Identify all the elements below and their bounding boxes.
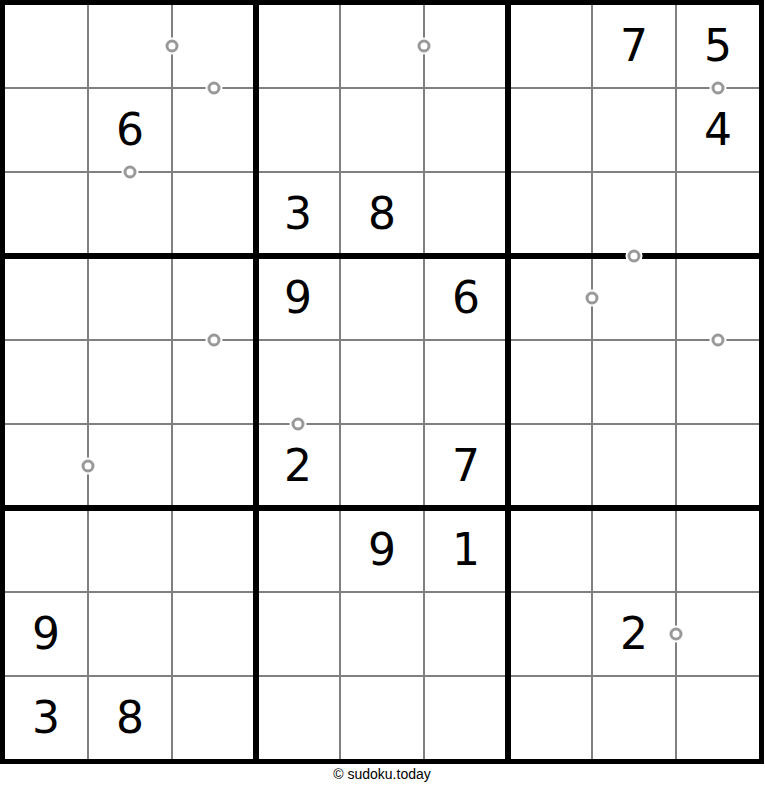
cell-r6c6[interactable]: 7 [425,425,507,507]
cell-r7c4[interactable] [257,509,339,591]
cell-r3c8[interactable] [593,173,675,255]
cell-r7c6[interactable]: 1 [425,509,507,591]
cell-r5c7[interactable] [509,341,591,423]
cell-r1c2[interactable] [89,5,171,87]
cell-r2c2[interactable]: 6 [89,89,171,171]
cell-r2c6[interactable] [425,89,507,171]
cell-r2c7[interactable] [509,89,591,171]
consecutive-mark-circle [208,82,221,95]
cell-r9c6[interactable] [425,677,507,759]
consecutive-mark-circle [82,460,95,473]
cell-r3c4[interactable]: 3 [257,173,339,255]
cell-r6c2[interactable] [89,425,171,507]
cell-r9c2[interactable]: 8 [89,677,171,759]
cell-r4c8[interactable] [593,257,675,339]
cell-r8c5[interactable] [341,593,423,675]
cell-r6c3[interactable] [173,425,255,507]
cell-r3c7[interactable] [509,173,591,255]
cell-r8c8[interactable]: 2 [593,593,675,675]
cell-r2c1[interactable] [5,89,87,171]
cell-r8c2[interactable] [89,593,171,675]
cell-r5c1[interactable] [5,341,87,423]
box-divider-horizontal-bottom [5,505,759,511]
cell-r1c4[interactable] [257,5,339,87]
cell-r1c8[interactable]: 7 [593,5,675,87]
cell-r2c3[interactable] [173,89,255,171]
cell-r1c7[interactable] [509,5,591,87]
box-divider-horizontal-top [5,253,759,259]
consecutive-mark-circle [628,250,641,263]
cell-r2c9[interactable]: 4 [677,89,759,171]
cell-r8c3[interactable] [173,593,255,675]
consecutive-mark-circle [670,628,683,641]
cell-r9c1[interactable]: 3 [5,677,87,759]
cell-r9c3[interactable] [173,677,255,759]
cell-r7c3[interactable] [173,509,255,591]
cell-r6c1[interactable] [5,425,87,507]
cell-r5c5[interactable] [341,341,423,423]
cell-r3c2[interactable] [89,173,171,255]
cell-r4c7[interactable] [509,257,591,339]
box-divider-vertical-left [253,5,259,759]
cell-r5c9[interactable] [677,341,759,423]
cell-r9c4[interactable] [257,677,339,759]
cell-r6c4[interactable]: 2 [257,425,339,507]
consecutive-mark-circle [208,334,221,347]
consecutive-mark-circle [712,334,725,347]
cell-r3c3[interactable] [173,173,255,255]
cell-r8c9[interactable] [677,593,759,675]
cell-r8c7[interactable] [509,593,591,675]
consecutive-mark-circle [712,82,725,95]
cell-r7c2[interactable] [89,509,171,591]
cell-r1c9[interactable]: 5 [677,5,759,87]
cell-r6c9[interactable] [677,425,759,507]
cell-r9c9[interactable] [677,677,759,759]
cell-r4c3[interactable] [173,257,255,339]
box-divider-vertical-right [505,5,511,759]
cell-r3c1[interactable] [5,173,87,255]
cell-r7c8[interactable] [593,509,675,591]
cell-r5c8[interactable] [593,341,675,423]
cell-r8c1[interactable]: 9 [5,593,87,675]
cell-r8c4[interactable] [257,593,339,675]
cell-r6c8[interactable] [593,425,675,507]
consecutive-mark-circle [418,40,431,53]
cell-r5c2[interactable] [89,341,171,423]
cell-r4c4[interactable]: 9 [257,257,339,339]
cell-r7c9[interactable] [677,509,759,591]
cell-r1c1[interactable] [5,5,87,87]
consecutive-mark-circle [124,166,137,179]
consecutive-mark-circle [166,40,179,53]
cell-r3c9[interactable] [677,173,759,255]
cell-r7c5[interactable]: 9 [341,509,423,591]
cell-r1c5[interactable] [341,5,423,87]
cell-r2c8[interactable] [593,89,675,171]
consecutive-mark-circle [292,418,305,431]
cell-r3c6[interactable] [425,173,507,255]
cell-r4c2[interactable] [89,257,171,339]
cell-r4c5[interactable] [341,257,423,339]
cell-r6c7[interactable] [509,425,591,507]
cell-r7c1[interactable] [5,509,87,591]
cell-r7c7[interactable] [509,509,591,591]
cell-r1c3[interactable] [173,5,255,87]
cell-r4c9[interactable] [677,257,759,339]
puzzle-page: 7564389627919238 © sudoku.today [0,0,765,785]
cell-r9c7[interactable] [509,677,591,759]
cell-r9c5[interactable] [341,677,423,759]
copyright-text: © sudoku.today [0,766,764,782]
cell-r5c4[interactable] [257,341,339,423]
cell-r4c1[interactable] [5,257,87,339]
consecutive-mark-circle [586,292,599,305]
cell-r3c5[interactable]: 8 [341,173,423,255]
cell-r1c6[interactable] [425,5,507,87]
cell-r9c8[interactable] [593,677,675,759]
cell-r2c5[interactable] [341,89,423,171]
cell-r2c4[interactable] [257,89,339,171]
cell-r5c6[interactable] [425,341,507,423]
cell-r5c3[interactable] [173,341,255,423]
sudoku-board: 7564389627919238 [0,0,764,764]
cell-r4c6[interactable]: 6 [425,257,507,339]
cell-r6c5[interactable] [341,425,423,507]
cell-r8c6[interactable] [425,593,507,675]
